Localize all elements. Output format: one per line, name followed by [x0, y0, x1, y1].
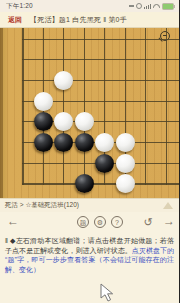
grid-line-v [22, 28, 24, 185]
grid-line-v [63, 28, 64, 185]
white-stone-F2 [116, 154, 135, 173]
battery-icon [162, 3, 174, 10]
white-stone-B5 [34, 92, 53, 111]
instructions-text: ‖ ◆左右滑动本区域翻谱；请点击棋盘开始做题；若落子点不是正解或变化，则进入研讨… [0, 232, 179, 303]
status-icons [129, 3, 175, 10]
help-button[interactable]: ? [111, 216, 123, 228]
grid-line-v [84, 28, 85, 185]
page-title: 【死活】题1 白先黑死 ‖ 第0手 [30, 15, 127, 25]
black-stone-E2 [95, 154, 114, 173]
collapse-arrow-icon[interactable] [163, 202, 173, 209]
white-stone-C4 [54, 112, 73, 131]
white-stone-C6 [54, 71, 73, 90]
status-bar: 下午1:20 [0, 0, 179, 12]
toolbar: ← 题 ⚙ ? ↺ → [0, 212, 179, 232]
mouse-cursor [100, 283, 116, 302]
go-board[interactable] [0, 28, 179, 198]
grid-line-v [166, 28, 167, 185]
next-problem-button[interactable]: → [162, 214, 176, 229]
prev-problem-button[interactable]: ← [6, 214, 20, 229]
reset-position-button[interactable]: ↺ [141, 215, 155, 229]
black-stone-D1 [75, 174, 94, 193]
rotation-lock-icon [136, 3, 142, 9]
white-stone-D4 [75, 112, 94, 131]
breadcrumb[interactable]: 死活 > ☆基础死活班(120) [0, 198, 179, 212]
signal-icon [144, 4, 152, 9]
dash-icon [129, 5, 134, 7]
black-stone-B3 [34, 133, 53, 152]
app-screen: 下午1:20 返回 【死活】题1 白先黑死 ‖ 第0手 死活 > ☆基础死活班(… [0, 0, 179, 303]
white-stone-F1 [116, 174, 135, 193]
clock-time: 下午1:20 [6, 2, 33, 11]
white-stone-E3 [95, 133, 114, 152]
grid-line-v [145, 28, 146, 185]
black-stone-C3 [54, 133, 73, 152]
grid-line-h [22, 59, 180, 60]
settings-gear-button[interactable]: ⚙ [94, 216, 106, 228]
black-stone-B4 [34, 112, 53, 131]
grid-line-h [22, 183, 180, 185]
board-edge-shade [0, 28, 3, 198]
problem-toggle-button[interactable]: 题 [77, 216, 89, 228]
wifi-icon [153, 4, 160, 8]
black-stone-D3 [75, 133, 94, 152]
white-stone-F3 [116, 133, 135, 152]
back-button[interactable]: 返回 [8, 15, 22, 25]
grid-line-h [22, 80, 180, 81]
breadcrumb-label[interactable]: 死活 > ☆基础死活班(120) [5, 201, 79, 210]
grid-line-h [22, 39, 180, 40]
title-bar: 返回 【死活】题1 白先黑死 ‖ 第0手 [0, 12, 179, 28]
